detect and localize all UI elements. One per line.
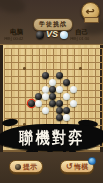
back-button-tag (84, 17, 99, 23)
white-stone (70, 100, 77, 107)
black-stone (56, 114, 63, 121)
star-point (23, 67, 26, 70)
game-screen: ↩ 学徒挑战 电脑 用时 00:42 VS 自己 用时 01:30 聯機對弈 提… (0, 0, 103, 183)
black-stone (35, 93, 42, 100)
undo-icon: ↺ (66, 163, 73, 171)
black-stone (56, 100, 63, 107)
black-stone (56, 72, 63, 79)
white-stone (42, 107, 49, 114)
white-stone (35, 100, 42, 107)
bottom-bar: 提示 ↺ 悔棋 (0, 152, 103, 183)
undo-count-badge (88, 157, 96, 165)
black-stone-icon (36, 31, 44, 39)
white-stone (42, 93, 49, 100)
hint-icon (15, 164, 21, 170)
black-stone (49, 93, 56, 100)
branch-decoration-left (0, 0, 28, 17)
white-stone (63, 93, 70, 100)
white-stone (56, 86, 63, 93)
online-match-splash: 聯機對弈 (0, 124, 103, 151)
star-point (79, 67, 82, 70)
top-bar: ↩ 学徒挑战 电脑 用时 00:42 VS 自己 用时 01:30 (0, 0, 103, 44)
white-stone (70, 86, 77, 93)
white-stone (63, 114, 70, 121)
mode-banner-label: 学徒挑战 (39, 20, 67, 29)
black-stone (49, 100, 56, 107)
black-stone (56, 107, 63, 114)
white-stone-icon (60, 31, 68, 39)
black-stone (63, 79, 70, 86)
back-arrow-icon: ↩ (86, 7, 95, 17)
black-stone (49, 86, 56, 93)
player-left-timer: 用时 00:42 (4, 36, 23, 41)
vs-label: VS (46, 29, 58, 39)
hint-button[interactable]: 提示 (9, 160, 43, 173)
splash-text: 聯機對弈 (19, 127, 85, 148)
black-stone-last-move (28, 100, 35, 107)
undo-button-label: 悔棋 (74, 162, 88, 172)
player-right-timer: 用时 01:30 (70, 36, 89, 41)
black-stone (63, 107, 70, 114)
white-stone (49, 79, 56, 86)
black-stone (42, 72, 49, 79)
white-stone (42, 86, 49, 93)
hint-button-label: 提示 (23, 162, 37, 172)
